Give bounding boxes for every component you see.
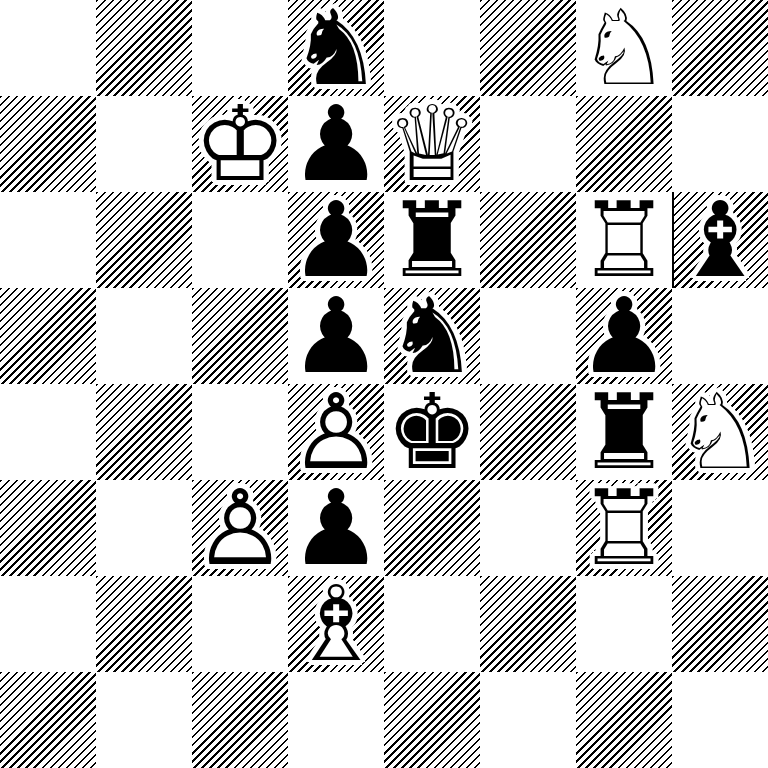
piece-black-rook[interactable]: ♜ xyxy=(576,384,672,480)
square-f2[interactable] xyxy=(480,576,576,672)
piece-white-queen[interactable]: ♛♕ xyxy=(384,96,480,192)
piece-black-pawn[interactable]: ♟ xyxy=(288,480,384,576)
square-d6[interactable]: ♟ xyxy=(288,192,384,288)
square-d7[interactable]: ♟ xyxy=(288,96,384,192)
piece-white-pawn[interactable]: ♟♙ xyxy=(192,480,288,576)
square-a1[interactable] xyxy=(0,672,96,768)
square-g2[interactable] xyxy=(576,576,672,672)
piece-white-rook[interactable]: ♜♖ xyxy=(576,480,672,576)
square-a4[interactable] xyxy=(0,384,96,480)
piece-glyph: ♜ xyxy=(385,192,478,288)
square-g1[interactable] xyxy=(576,672,672,768)
square-b4[interactable] xyxy=(96,384,192,480)
square-f4[interactable] xyxy=(480,384,576,480)
square-d3[interactable]: ♟ xyxy=(288,480,384,576)
square-g8[interactable]: ♞♘ xyxy=(576,0,672,96)
square-f1[interactable] xyxy=(480,672,576,768)
square-e2[interactable] xyxy=(384,576,480,672)
piece-black-king[interactable]: ♚ xyxy=(384,384,480,480)
piece-black-rook[interactable]: ♜ xyxy=(384,192,480,288)
piece-white-pawn[interactable]: ♟♙ xyxy=(288,384,384,480)
square-e3[interactable] xyxy=(384,480,480,576)
square-c8[interactable] xyxy=(192,0,288,96)
piece-white-bishop[interactable]: ♝♗ xyxy=(288,576,384,672)
square-c7[interactable]: ♚♔ xyxy=(192,96,288,192)
square-g5[interactable]: ♟ xyxy=(576,288,672,384)
square-a8[interactable] xyxy=(0,0,96,96)
piece-glyph: ♟ xyxy=(289,192,382,288)
piece-glyph: ♟ xyxy=(577,288,670,384)
square-b1[interactable] xyxy=(96,672,192,768)
piece-outline-layer: ♕ xyxy=(385,96,478,192)
piece-black-pawn[interactable]: ♟ xyxy=(288,96,384,192)
piece-outline-layer: ♗ xyxy=(289,576,382,672)
square-a2[interactable] xyxy=(0,576,96,672)
square-f8[interactable] xyxy=(480,0,576,96)
square-f3[interactable] xyxy=(480,480,576,576)
piece-glyph: ♞ xyxy=(385,288,478,384)
square-h7[interactable] xyxy=(672,96,768,192)
square-h3[interactable] xyxy=(672,480,768,576)
square-h2[interactable] xyxy=(672,576,768,672)
square-b2[interactable] xyxy=(96,576,192,672)
piece-outline-layer: ♖ xyxy=(577,192,670,288)
square-c3[interactable]: ♟♙ xyxy=(192,480,288,576)
piece-outline-layer: ♙ xyxy=(289,384,382,480)
piece-glyph: ♜ xyxy=(577,384,670,480)
square-b7[interactable] xyxy=(96,96,192,192)
piece-glyph: ♟ xyxy=(289,288,382,384)
square-h5[interactable] xyxy=(672,288,768,384)
square-g3[interactable]: ♜♖ xyxy=(576,480,672,576)
piece-white-king[interactable]: ♚♔ xyxy=(192,96,288,192)
piece-white-rook[interactable]: ♜♖ xyxy=(576,192,672,288)
piece-black-knight[interactable]: ♞ xyxy=(384,288,480,384)
square-a5[interactable] xyxy=(0,288,96,384)
square-g4[interactable]: ♜ xyxy=(576,384,672,480)
piece-outline-layer: ♖ xyxy=(577,480,670,576)
square-e6[interactable]: ♜ xyxy=(384,192,480,288)
square-d5[interactable]: ♟ xyxy=(288,288,384,384)
square-d8[interactable]: ♞ xyxy=(288,0,384,96)
square-f7[interactable] xyxy=(480,96,576,192)
piece-outline-layer: ♙ xyxy=(193,480,286,576)
square-b6[interactable] xyxy=(96,192,192,288)
square-c1[interactable] xyxy=(192,672,288,768)
square-c5[interactable] xyxy=(192,288,288,384)
square-h8[interactable] xyxy=(672,0,768,96)
square-b3[interactable] xyxy=(96,480,192,576)
square-e5[interactable]: ♞ xyxy=(384,288,480,384)
piece-glyph: ♟ xyxy=(289,480,382,576)
piece-black-bishop[interactable]: ♝ xyxy=(672,192,768,288)
square-b8[interactable] xyxy=(96,0,192,96)
square-c4[interactable] xyxy=(192,384,288,480)
square-a3[interactable] xyxy=(0,480,96,576)
piece-black-pawn[interactable]: ♟ xyxy=(288,192,384,288)
square-e8[interactable] xyxy=(384,0,480,96)
square-b5[interactable] xyxy=(96,288,192,384)
square-c2[interactable] xyxy=(192,576,288,672)
square-f6[interactable] xyxy=(480,192,576,288)
square-g7[interactable] xyxy=(576,96,672,192)
piece-glyph: ♞ xyxy=(289,0,382,96)
square-e1[interactable] xyxy=(384,672,480,768)
square-c6[interactable] xyxy=(192,192,288,288)
piece-black-knight[interactable]: ♞ xyxy=(288,0,384,96)
square-a7[interactable] xyxy=(0,96,96,192)
square-d2[interactable]: ♝♗ xyxy=(288,576,384,672)
piece-outline-layer: ♔ xyxy=(193,96,286,192)
piece-black-pawn[interactable]: ♟ xyxy=(576,288,672,384)
square-d1[interactable] xyxy=(288,672,384,768)
piece-outline-layer: ♘ xyxy=(673,384,766,480)
piece-outline-layer: ♘ xyxy=(577,0,670,96)
chessboard: ♞♞♘♚♔♟♛♕♟♜♜♖♝♟♞♟♟♙♚♜♞♘♟♙♟♜♖♝♗ xyxy=(0,0,768,768)
piece-white-knight[interactable]: ♞♘ xyxy=(672,384,768,480)
square-d4[interactable]: ♟♙ xyxy=(288,384,384,480)
piece-white-knight[interactable]: ♞♘ xyxy=(576,0,672,96)
piece-black-pawn[interactable]: ♟ xyxy=(288,288,384,384)
square-e7[interactable]: ♛♕ xyxy=(384,96,480,192)
square-e4[interactable]: ♚ xyxy=(384,384,480,480)
square-h6[interactable]: ♝ xyxy=(672,192,768,288)
piece-glyph: ♚ xyxy=(385,384,478,480)
square-h1[interactable] xyxy=(672,672,768,768)
piece-glyph: ♝ xyxy=(673,192,766,288)
square-f5[interactable] xyxy=(480,288,576,384)
square-g6[interactable]: ♜♖ xyxy=(576,192,672,288)
square-a6[interactable] xyxy=(0,192,96,288)
piece-glyph: ♟ xyxy=(289,96,382,192)
square-h4[interactable]: ♞♘ xyxy=(672,384,768,480)
